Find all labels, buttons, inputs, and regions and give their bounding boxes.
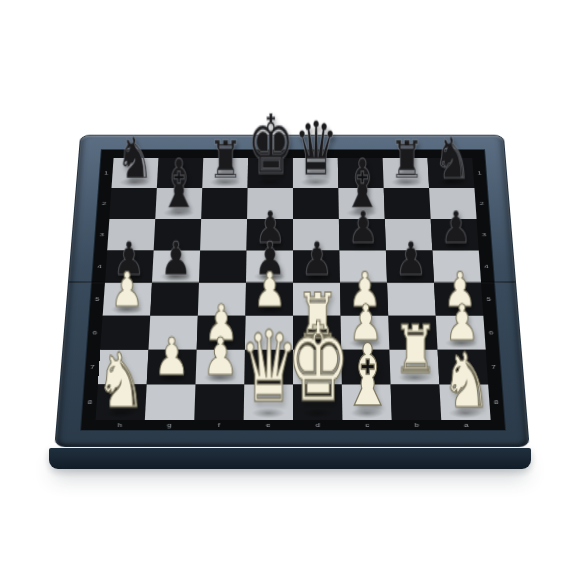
white-pawn: ♟︎ — [110, 266, 143, 314]
rank-label-left-2: 2 — [97, 188, 112, 219]
square-e1: ♚︎ — [293, 384, 342, 420]
rank-label-left-4: 4 — [92, 250, 107, 282]
black-pawn: ♟︎ — [301, 235, 333, 281]
square-f1: ♝︎ — [342, 384, 392, 420]
rank-label-left-5: 5 — [90, 283, 105, 316]
square-c1 — [194, 384, 244, 420]
square-g1 — [391, 384, 442, 420]
square-f6: ♟︎ — [339, 219, 386, 251]
rank-label-right-1: 1 — [472, 158, 487, 188]
black-pawn: ♟︎ — [440, 205, 470, 249]
square-b2: ♟︎ — [147, 350, 197, 385]
file-label-e: e — [243, 420, 293, 430]
file-label-f: f — [194, 420, 244, 430]
square-a4: ♟︎ — [103, 283, 152, 316]
black-rook: ♜︎ — [389, 135, 424, 187]
black-king: ♚︎ — [246, 104, 294, 186]
square-a8: ♞︎ — [111, 158, 158, 188]
rank-label-right-4: 4 — [479, 250, 494, 282]
square-g7 — [384, 188, 431, 219]
square-d8: ♚︎ — [248, 158, 293, 188]
square-e8: ♛︎ — [293, 158, 338, 188]
white-knight: ♞︎ — [95, 343, 145, 419]
square-b7: ♝︎ — [155, 188, 202, 219]
square-c7 — [201, 188, 247, 219]
square-c8: ♜︎ — [202, 158, 248, 188]
rank-label-right-2: 2 — [474, 188, 489, 219]
file-labels-bottom: hgfedcba — [95, 420, 492, 430]
file-label-b: b — [392, 420, 442, 430]
square-c5 — [199, 250, 247, 282]
white-pawn: ♟︎ — [153, 331, 189, 383]
product-photo-stage: ♞︎♜︎♚︎♛︎♜︎♞︎♝︎♝︎♟︎♟︎♟︎♟︎♟︎♟︎♟︎♟︎♟︎♟︎♟︎♟︎… — [0, 0, 580, 580]
square-g8: ♜︎ — [383, 158, 429, 188]
square-a1: ♞︎ — [95, 384, 146, 420]
black-pawn: ♟︎ — [395, 235, 427, 281]
chess-board-frame: ♞︎♜︎♚︎♛︎♜︎♞︎♝︎♝︎♟︎♟︎♟︎♟︎♟︎♟︎♟︎♟︎♟︎♟︎♟︎♟︎… — [54, 135, 529, 447]
square-c2: ♟︎ — [195, 350, 244, 385]
black-pawn: ♟︎ — [160, 235, 192, 281]
file-label-g: g — [144, 420, 194, 430]
chess-board-grid: ♞︎♜︎♚︎♛︎♜︎♞︎♝︎♝︎♟︎♟︎♟︎♟︎♟︎♟︎♟︎♟︎♟︎♟︎♟︎♟︎… — [95, 158, 490, 420]
rank-label-right-5: 5 — [481, 283, 496, 316]
square-b5: ♟︎ — [152, 250, 200, 282]
white-pawn: ♟︎ — [202, 331, 238, 383]
square-g2: ♜︎ — [389, 350, 439, 385]
square-e5: ♟︎ — [293, 250, 340, 282]
square-c6 — [200, 219, 247, 251]
white-king: ♚︎ — [286, 309, 349, 419]
black-queen: ♛︎ — [293, 113, 337, 187]
white-rook: ♜︎ — [393, 316, 437, 383]
file-label-c: c — [342, 420, 392, 430]
square-g5: ♟︎ — [386, 250, 434, 282]
white-pawn: ♟︎ — [253, 266, 286, 314]
file-label-a: a — [441, 420, 491, 430]
white-bishop: ♝︎ — [341, 333, 392, 419]
square-h1: ♞︎ — [439, 384, 490, 420]
white-knight: ♞︎ — [441, 343, 491, 419]
square-e7 — [293, 188, 339, 219]
file-label-h: h — [95, 420, 145, 430]
square-b4 — [150, 283, 199, 316]
black-knight: ♞︎ — [433, 130, 471, 187]
rank-label-left-3: 3 — [94, 219, 109, 251]
square-h6: ♟︎ — [431, 219, 479, 251]
square-a7 — [109, 188, 156, 219]
black-pawn: ♟︎ — [347, 205, 377, 249]
black-bishop: ♝︎ — [158, 150, 198, 217]
board-coordinate-border: ♞︎♜︎♚︎♛︎♜︎♞︎♝︎♝︎♟︎♟︎♟︎♟︎♟︎♟︎♟︎♟︎♟︎♟︎♟︎♟︎… — [81, 150, 505, 430]
black-knight: ♞︎ — [115, 130, 153, 187]
file-label-d: d — [293, 420, 343, 430]
rank-label-right-3: 3 — [477, 219, 492, 251]
black-rook: ♜︎ — [208, 135, 243, 187]
square-b1 — [145, 384, 196, 420]
rank-label-left-1: 1 — [99, 158, 114, 188]
square-h8: ♞︎ — [427, 158, 474, 188]
frame-front-edge — [49, 448, 531, 469]
